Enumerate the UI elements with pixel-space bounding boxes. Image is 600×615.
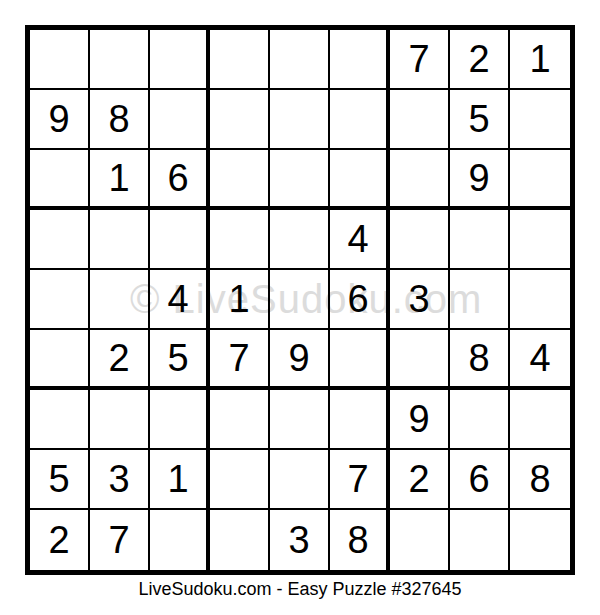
sudoku-cell-r4c9[interactable] — [510, 210, 570, 270]
sudoku-cell-r4c4[interactable] — [210, 210, 270, 270]
sudoku-cell-r6c3[interactable]: 5 — [150, 330, 210, 390]
sudoku-cell-r7c5[interactable] — [270, 390, 330, 450]
sudoku-cell-r3c2[interactable]: 1 — [90, 150, 150, 210]
sudoku-cell-r6c5[interactable]: 9 — [270, 330, 330, 390]
sudoku-grid: 72198516944163257984953172682738 — [30, 30, 570, 570]
sudoku-cell-r3c7[interactable] — [390, 150, 450, 210]
sudoku-cell-r2c4[interactable] — [210, 90, 270, 150]
sudoku-cell-r9c7[interactable] — [390, 510, 450, 570]
sudoku-cell-r6c7[interactable] — [390, 330, 450, 390]
sudoku-cell-r1c1[interactable] — [30, 30, 90, 90]
sudoku-cell-r2c7[interactable] — [390, 90, 450, 150]
sudoku-cell-r7c2[interactable] — [90, 390, 150, 450]
sudoku-cell-r3c3[interactable]: 6 — [150, 150, 210, 210]
sudoku-cell-r1c6[interactable] — [330, 30, 390, 90]
sudoku-cell-r8c3[interactable]: 1 — [150, 450, 210, 510]
sudoku-cell-r7c1[interactable] — [30, 390, 90, 450]
sudoku-cell-r9c8[interactable] — [450, 510, 510, 570]
sudoku-cell-r8c7[interactable]: 2 — [390, 450, 450, 510]
sudoku-cell-r5c3[interactable]: 4 — [150, 270, 210, 330]
sudoku-cell-r7c9[interactable] — [510, 390, 570, 450]
sudoku-cell-r7c4[interactable] — [210, 390, 270, 450]
sudoku-cell-r9c9[interactable] — [510, 510, 570, 570]
sudoku-cell-r5c1[interactable] — [30, 270, 90, 330]
sudoku-cell-r3c4[interactable] — [210, 150, 270, 210]
sudoku-cell-r2c8[interactable]: 5 — [450, 90, 510, 150]
sudoku-cell-r8c4[interactable] — [210, 450, 270, 510]
sudoku-cell-r1c5[interactable] — [270, 30, 330, 90]
sudoku-cell-r8c6[interactable]: 7 — [330, 450, 390, 510]
sudoku-cell-r1c7[interactable]: 7 — [390, 30, 450, 90]
sudoku-board: © LiveSudoku.com 72198516944163257984953… — [25, 25, 575, 575]
sudoku-cell-r4c6[interactable]: 4 — [330, 210, 390, 270]
sudoku-cell-r2c1[interactable]: 9 — [30, 90, 90, 150]
sudoku-cell-r4c1[interactable] — [30, 210, 90, 270]
sudoku-cell-r8c5[interactable] — [270, 450, 330, 510]
sudoku-cell-r4c5[interactable] — [270, 210, 330, 270]
sudoku-cell-r3c6[interactable] — [330, 150, 390, 210]
sudoku-cell-r5c7[interactable]: 3 — [390, 270, 450, 330]
sudoku-cell-r3c5[interactable] — [270, 150, 330, 210]
sudoku-cell-r1c3[interactable] — [150, 30, 210, 90]
sudoku-cell-r1c2[interactable] — [90, 30, 150, 90]
sudoku-cell-r2c6[interactable] — [330, 90, 390, 150]
puzzle-caption: LiveSudoku.com - Easy Puzzle #327645 — [0, 579, 600, 600]
sudoku-cell-r9c1[interactable]: 2 — [30, 510, 90, 570]
sudoku-cell-r5c5[interactable] — [270, 270, 330, 330]
sudoku-cell-r2c5[interactable] — [270, 90, 330, 150]
sudoku-cell-r6c8[interactable]: 8 — [450, 330, 510, 390]
sudoku-cell-r1c4[interactable] — [210, 30, 270, 90]
sudoku-cell-r6c1[interactable] — [30, 330, 90, 390]
sudoku-cell-r7c6[interactable] — [330, 390, 390, 450]
sudoku-cell-r4c7[interactable] — [390, 210, 450, 270]
sudoku-cell-r7c3[interactable] — [150, 390, 210, 450]
sudoku-cell-r9c5[interactable]: 3 — [270, 510, 330, 570]
sudoku-cell-r3c8[interactable]: 9 — [450, 150, 510, 210]
sudoku-cell-r2c9[interactable] — [510, 90, 570, 150]
sudoku-cell-r5c2[interactable] — [90, 270, 150, 330]
sudoku-cell-r6c4[interactable]: 7 — [210, 330, 270, 390]
sudoku-cell-r4c8[interactable] — [450, 210, 510, 270]
sudoku-cell-r7c7[interactable]: 9 — [390, 390, 450, 450]
sudoku-cell-r5c6[interactable]: 6 — [330, 270, 390, 330]
sudoku-cell-r6c9[interactable]: 4 — [510, 330, 570, 390]
sudoku-cell-r1c9[interactable]: 1 — [510, 30, 570, 90]
sudoku-cell-r9c6[interactable]: 8 — [330, 510, 390, 570]
sudoku-cell-r5c4[interactable]: 1 — [210, 270, 270, 330]
sudoku-cell-r4c3[interactable] — [150, 210, 210, 270]
sudoku-cell-r5c8[interactable] — [450, 270, 510, 330]
sudoku-cell-r8c2[interactable]: 3 — [90, 450, 150, 510]
sudoku-cell-r1c8[interactable]: 2 — [450, 30, 510, 90]
sudoku-cell-r5c9[interactable] — [510, 270, 570, 330]
sudoku-cell-r8c8[interactable]: 6 — [450, 450, 510, 510]
sudoku-cell-r9c2[interactable]: 7 — [90, 510, 150, 570]
sudoku-cell-r4c2[interactable] — [90, 210, 150, 270]
sudoku-cell-r8c1[interactable]: 5 — [30, 450, 90, 510]
sudoku-cell-r6c6[interactable] — [330, 330, 390, 390]
sudoku-cell-r3c9[interactable] — [510, 150, 570, 210]
sudoku-cell-r2c2[interactable]: 8 — [90, 90, 150, 150]
sudoku-cell-r8c9[interactable]: 8 — [510, 450, 570, 510]
sudoku-cell-r3c1[interactable] — [30, 150, 90, 210]
sudoku-cell-r9c3[interactable] — [150, 510, 210, 570]
sudoku-cell-r2c3[interactable] — [150, 90, 210, 150]
sudoku-cell-r6c2[interactable]: 2 — [90, 330, 150, 390]
sudoku-cell-r9c4[interactable] — [210, 510, 270, 570]
sudoku-cell-r7c8[interactable] — [450, 390, 510, 450]
